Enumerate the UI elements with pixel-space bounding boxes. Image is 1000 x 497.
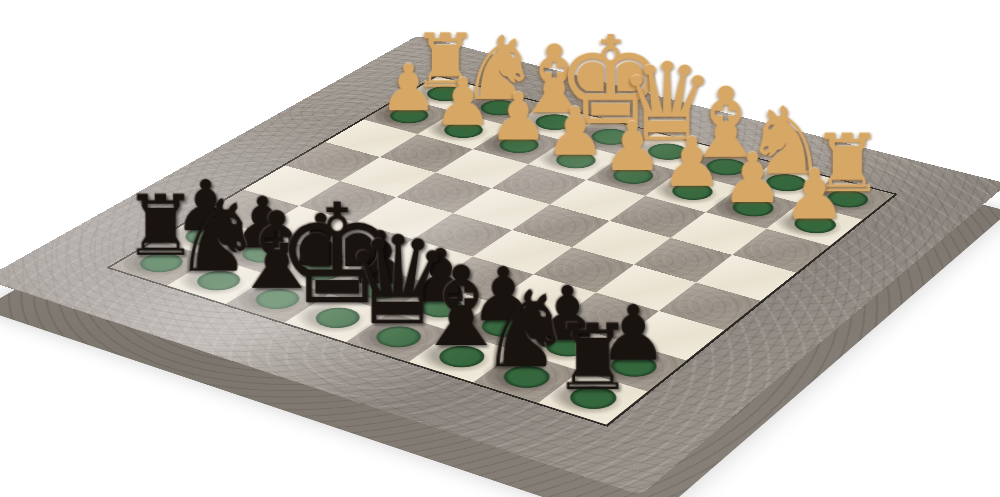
square-a8: ♜ (539, 371, 647, 424)
white-pawn-icon: ♟ (434, 70, 492, 135)
white-pawn-icon: ♟ (603, 113, 663, 180)
chess-board: ♜♞♝♚♛♝♞♜♟♟♟♟♟♟♟♟♟♟♟♟♟♟♟♟♜♞♝♚♛♝♞♜ (0, 35, 1000, 495)
white-pawn-a2: ♟ (813, 222, 815, 224)
white-pawn-b2: ♟ (751, 206, 753, 208)
white-pawn-g2: ♟ (462, 129, 464, 131)
white-pawn-icon: ♟ (489, 84, 548, 150)
white-pawn-h2: ♟ (408, 114, 410, 116)
square-b3 (670, 212, 767, 255)
white-pawn-icon: ♟ (661, 128, 722, 196)
black-knight-b8: ♞ (525, 375, 527, 377)
black-king-e8: ♚ (336, 316, 338, 318)
black-queen-d8: ♛ (397, 335, 399, 337)
white-pawn-icon: ♟ (380, 56, 438, 121)
white-pawn-icon: ♟ (545, 98, 605, 165)
white-pawn-f2: ♟ (517, 143, 519, 145)
white-rook-a1: ♜ (846, 197, 848, 199)
black-rook-h8: ♜ (160, 261, 162, 263)
black-rook-icon: ♜ (552, 312, 634, 403)
black-knight-g8: ♞ (217, 279, 219, 281)
white-pawn-e2: ♟ (574, 158, 576, 160)
white-pawn-c2: ♟ (691, 190, 693, 192)
white-pawn-icon: ♟ (783, 160, 846, 230)
product-photo-scene: ♜♞♝♚♛♝♞♜♟♟♟♟♟♟♟♟♟♟♟♟♟♟♟♟♜♞♝♚♛♝♞♜ (0, 0, 1000, 497)
white-pawn-icon: ♟ (722, 144, 784, 213)
square-a3 (732, 229, 830, 273)
white-pawn-d2: ♟ (632, 174, 634, 176)
black-bishop-c8: ♝ (460, 355, 462, 357)
black-rook-a8: ♜ (591, 396, 593, 398)
